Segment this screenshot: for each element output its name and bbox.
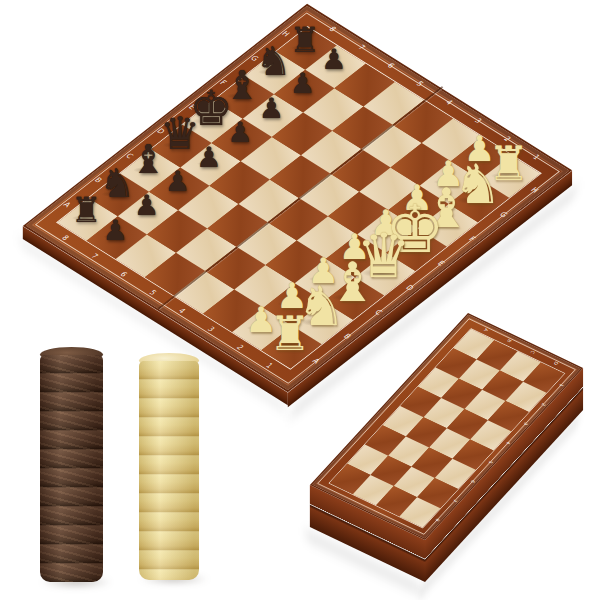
folded-rank-label: 1: [558, 383, 564, 387]
piece-dark-rook[interactable]: ♜: [71, 193, 102, 228]
piece-dark-knight[interactable]: ♞: [256, 42, 292, 82]
rank-label: 1: [264, 362, 274, 369]
folded-rank-label: 7: [452, 499, 458, 503]
piece-light-rook[interactable]: ♜: [269, 310, 311, 357]
folded-rank-label: 3: [523, 422, 529, 426]
checkers-stack-dark[interactable]: [40, 352, 103, 582]
piece-dark-bishop[interactable]: ♝: [131, 140, 167, 180]
piece-dark-pawn[interactable]: ♟: [321, 46, 346, 74]
folded-rank-label: 6: [470, 479, 476, 483]
scene: AA88BB77CC66DD55EE44FF33GG22HH11 ♜♞♝♛♚♝♞…: [0, 0, 600, 600]
folded-file-label: D: [553, 361, 560, 366]
rank-label: 8: [327, 26, 337, 33]
piece-dark-pawn[interactable]: ♟: [165, 168, 190, 196]
piece-dark-pawn[interactable]: ♟: [259, 95, 284, 123]
folded-rank-label: 5: [488, 460, 494, 464]
piece-dark-pawn[interactable]: ♟: [290, 70, 315, 98]
folded-rank-label: 4: [505, 441, 511, 445]
folded-rank-label: 8: [434, 518, 440, 522]
folded-file-label: C: [530, 350, 536, 354]
rank-label: 3: [473, 117, 483, 124]
rank-label: 5: [414, 81, 424, 88]
rank-label: 4: [444, 99, 454, 106]
piece-dark-knight[interactable]: ♞: [100, 164, 136, 204]
rank-label: 7: [356, 44, 366, 51]
piece-dark-pawn[interactable]: ♟: [103, 217, 128, 245]
file-label: A: [310, 358, 320, 365]
piece-dark-pawn[interactable]: ♟: [196, 144, 221, 172]
rank-label: 6: [385, 62, 395, 69]
file-label: H: [529, 187, 540, 195]
checkers-stack-light[interactable]: [139, 358, 199, 580]
rank-label: 8: [60, 234, 70, 241]
checkers-stack-light-discs: [139, 361, 199, 580]
rank-label: 2: [235, 344, 245, 351]
folded-file-label: A: [483, 328, 489, 332]
rank-label: 3: [206, 326, 216, 333]
folded-file-label: B: [506, 339, 512, 343]
rank-label: 1: [531, 154, 541, 161]
checkers-stack-dark-discs: [40, 355, 103, 582]
piece-dark-pawn[interactable]: ♟: [134, 192, 159, 220]
piece-dark-rook[interactable]: ♜: [289, 22, 320, 57]
rank-label: 7: [89, 253, 99, 260]
folded-rank-label: 2: [541, 402, 547, 406]
piece-dark-pawn[interactable]: ♟: [228, 119, 253, 147]
rank-label: 6: [118, 271, 128, 278]
rank-label: 5: [147, 289, 157, 296]
rank-label: 4: [176, 308, 186, 315]
